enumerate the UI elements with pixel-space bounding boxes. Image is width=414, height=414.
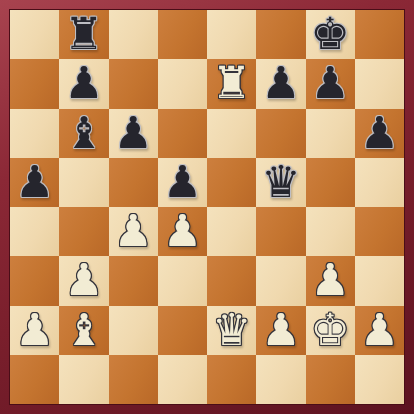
board-frame: ♜♚♟♜♟♟♝♟♟♟♟♛♟♟♟♟♟♝♛♟♚♟ bbox=[0, 0, 414, 414]
square-f8[interactable] bbox=[256, 10, 305, 59]
square-c1[interactable] bbox=[109, 355, 158, 404]
square-h6[interactable]: ♟ bbox=[355, 109, 404, 158]
piece-bp-g7[interactable]: ♟ bbox=[310, 58, 349, 107]
square-d7[interactable] bbox=[158, 59, 207, 108]
piece-bp-f7[interactable]: ♟ bbox=[261, 58, 300, 107]
square-b5[interactable] bbox=[59, 158, 108, 207]
square-d8[interactable] bbox=[158, 10, 207, 59]
square-h3[interactable] bbox=[355, 256, 404, 305]
square-a5[interactable]: ♟ bbox=[10, 158, 59, 207]
square-e2[interactable]: ♛ bbox=[207, 306, 256, 355]
piece-bp-a5[interactable]: ♟ bbox=[15, 157, 54, 206]
square-g5[interactable] bbox=[306, 158, 355, 207]
square-b6[interactable]: ♝ bbox=[59, 109, 108, 158]
piece-wp-a2[interactable]: ♟ bbox=[15, 305, 54, 354]
square-d3[interactable] bbox=[158, 256, 207, 305]
square-e5[interactable] bbox=[207, 158, 256, 207]
square-b3[interactable]: ♟ bbox=[59, 256, 108, 305]
square-g6[interactable] bbox=[306, 109, 355, 158]
square-a3[interactable] bbox=[10, 256, 59, 305]
square-g1[interactable] bbox=[306, 355, 355, 404]
square-a1[interactable] bbox=[10, 355, 59, 404]
square-f3[interactable] bbox=[256, 256, 305, 305]
piece-wp-h2[interactable]: ♟ bbox=[360, 305, 399, 354]
piece-bb-b6[interactable]: ♝ bbox=[64, 108, 103, 157]
piece-wp-b3[interactable]: ♟ bbox=[64, 255, 103, 304]
square-c8[interactable] bbox=[109, 10, 158, 59]
square-a4[interactable] bbox=[10, 207, 59, 256]
square-c3[interactable] bbox=[109, 256, 158, 305]
square-h8[interactable] bbox=[355, 10, 404, 59]
square-f4[interactable] bbox=[256, 207, 305, 256]
square-f2[interactable]: ♟ bbox=[256, 306, 305, 355]
square-f5[interactable]: ♛ bbox=[256, 158, 305, 207]
square-h5[interactable] bbox=[355, 158, 404, 207]
piece-wp-f2[interactable]: ♟ bbox=[261, 305, 300, 354]
piece-bp-b7[interactable]: ♟ bbox=[64, 58, 103, 107]
square-f1[interactable] bbox=[256, 355, 305, 404]
square-f7[interactable]: ♟ bbox=[256, 59, 305, 108]
square-a8[interactable] bbox=[10, 10, 59, 59]
square-b7[interactable]: ♟ bbox=[59, 59, 108, 108]
square-c6[interactable]: ♟ bbox=[109, 109, 158, 158]
piece-bp-c6[interactable]: ♟ bbox=[113, 108, 152, 157]
square-c4[interactable]: ♟ bbox=[109, 207, 158, 256]
square-e4[interactable] bbox=[207, 207, 256, 256]
square-g2[interactable]: ♚ bbox=[306, 306, 355, 355]
square-d2[interactable] bbox=[158, 306, 207, 355]
square-h7[interactable] bbox=[355, 59, 404, 108]
square-g3[interactable]: ♟ bbox=[306, 256, 355, 305]
square-g8[interactable]: ♚ bbox=[306, 10, 355, 59]
square-c7[interactable] bbox=[109, 59, 158, 108]
piece-wr-e7[interactable]: ♜ bbox=[212, 58, 251, 107]
chess-board: ♜♚♟♜♟♟♝♟♟♟♟♛♟♟♟♟♟♝♛♟♚♟ bbox=[10, 10, 404, 404]
piece-bp-d5[interactable]: ♟ bbox=[163, 157, 202, 206]
square-b2[interactable]: ♝ bbox=[59, 306, 108, 355]
piece-bp-h6[interactable]: ♟ bbox=[360, 108, 399, 157]
square-a6[interactable] bbox=[10, 109, 59, 158]
piece-wq-e2[interactable]: ♛ bbox=[212, 305, 251, 354]
square-a2[interactable]: ♟ bbox=[10, 306, 59, 355]
square-e8[interactable] bbox=[207, 10, 256, 59]
square-e1[interactable] bbox=[207, 355, 256, 404]
square-d6[interactable] bbox=[158, 109, 207, 158]
square-b1[interactable] bbox=[59, 355, 108, 404]
square-c5[interactable] bbox=[109, 158, 158, 207]
piece-br-b8[interactable]: ♜ bbox=[64, 9, 103, 58]
piece-wp-g3[interactable]: ♟ bbox=[310, 255, 349, 304]
square-e3[interactable] bbox=[207, 256, 256, 305]
square-b8[interactable]: ♜ bbox=[59, 10, 108, 59]
square-g7[interactable]: ♟ bbox=[306, 59, 355, 108]
square-c2[interactable] bbox=[109, 306, 158, 355]
piece-wk-g2[interactable]: ♚ bbox=[310, 305, 349, 354]
piece-bq-f5[interactable]: ♛ bbox=[261, 157, 300, 206]
square-e6[interactable] bbox=[207, 109, 256, 158]
piece-wp-d4[interactable]: ♟ bbox=[163, 206, 202, 255]
square-h4[interactable] bbox=[355, 207, 404, 256]
square-f6[interactable] bbox=[256, 109, 305, 158]
square-h2[interactable]: ♟ bbox=[355, 306, 404, 355]
square-b4[interactable] bbox=[59, 207, 108, 256]
square-h1[interactable] bbox=[355, 355, 404, 404]
square-e7[interactable]: ♜ bbox=[207, 59, 256, 108]
piece-wp-c4[interactable]: ♟ bbox=[113, 206, 152, 255]
square-d1[interactable] bbox=[158, 355, 207, 404]
square-d4[interactable]: ♟ bbox=[158, 207, 207, 256]
piece-wb-b2[interactable]: ♝ bbox=[64, 305, 103, 354]
square-g4[interactable] bbox=[306, 207, 355, 256]
square-a7[interactable] bbox=[10, 59, 59, 108]
piece-bk-g8[interactable]: ♚ bbox=[310, 9, 349, 58]
square-d5[interactable]: ♟ bbox=[158, 158, 207, 207]
